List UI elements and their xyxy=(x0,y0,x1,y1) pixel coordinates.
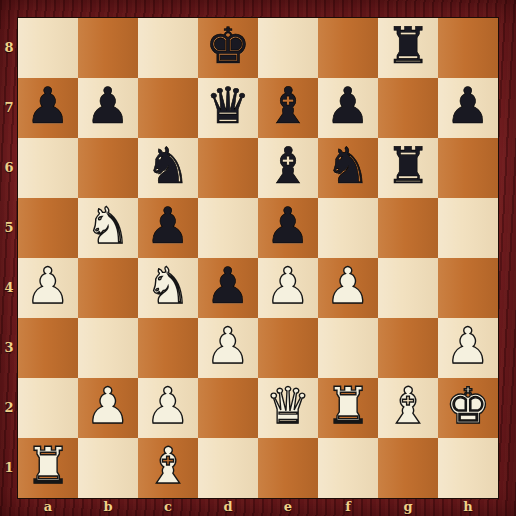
square-h5[interactable] xyxy=(438,198,498,258)
square-b6[interactable] xyxy=(78,138,138,198)
chess-diagram: ♚♜♟♟♛♝♟♟♞♝♞♜♞♟♟♟♞♟♟♟♟♟♟♟♛♜♝♚♜♝ 87654321 … xyxy=(0,0,516,516)
white-bishop-piece[interactable]: ♝ xyxy=(146,436,191,496)
square-f1[interactable] xyxy=(318,438,378,498)
rank-label-3: 3 xyxy=(0,318,18,378)
square-c2[interactable]: ♟ xyxy=(138,378,198,438)
rank-label-5: 5 xyxy=(0,198,18,258)
square-c3[interactable] xyxy=(138,318,198,378)
square-c6[interactable]: ♞ xyxy=(138,138,198,198)
black-rook-piece[interactable]: ♜ xyxy=(386,16,431,76)
square-b3[interactable] xyxy=(78,318,138,378)
square-e1[interactable] xyxy=(258,438,318,498)
rank-label-8: 8 xyxy=(0,18,18,78)
square-f5[interactable] xyxy=(318,198,378,258)
square-c4[interactable]: ♞ xyxy=(138,258,198,318)
white-pawn-piece[interactable]: ♟ xyxy=(326,256,371,316)
square-f6[interactable]: ♞ xyxy=(318,138,378,198)
square-d7[interactable]: ♛ xyxy=(198,78,258,138)
white-pawn-piece[interactable]: ♟ xyxy=(86,376,131,436)
square-a3[interactable] xyxy=(18,318,78,378)
black-bishop-piece[interactable]: ♝ xyxy=(266,136,311,196)
black-pawn-piece[interactable]: ♟ xyxy=(266,196,311,256)
file-label-a: a xyxy=(18,498,78,516)
black-pawn-piece[interactable]: ♟ xyxy=(206,256,251,316)
square-g1[interactable] xyxy=(378,438,438,498)
square-d5[interactable] xyxy=(198,198,258,258)
white-rook-piece[interactable]: ♜ xyxy=(326,376,371,436)
square-d4[interactable]: ♟ xyxy=(198,258,258,318)
square-g5[interactable] xyxy=(378,198,438,258)
square-a7[interactable]: ♟ xyxy=(18,78,78,138)
square-a8[interactable] xyxy=(18,18,78,78)
square-a4[interactable]: ♟ xyxy=(18,258,78,318)
square-d2[interactable] xyxy=(198,378,258,438)
square-f2[interactable]: ♜ xyxy=(318,378,378,438)
rank-label-4: 4 xyxy=(0,258,18,318)
square-h8[interactable] xyxy=(438,18,498,78)
white-pawn-piece[interactable]: ♟ xyxy=(26,256,71,316)
rank-label-1: 1 xyxy=(0,438,18,498)
file-label-g: g xyxy=(378,498,438,516)
square-e5[interactable]: ♟ xyxy=(258,198,318,258)
square-h7[interactable]: ♟ xyxy=(438,78,498,138)
square-e7[interactable]: ♝ xyxy=(258,78,318,138)
white-bishop-piece[interactable]: ♝ xyxy=(386,376,431,436)
square-a1[interactable]: ♜ xyxy=(18,438,78,498)
square-b2[interactable]: ♟ xyxy=(78,378,138,438)
file-label-h: h xyxy=(438,498,498,516)
white-king-piece[interactable]: ♚ xyxy=(446,376,491,436)
square-b8[interactable] xyxy=(78,18,138,78)
square-e4[interactable]: ♟ xyxy=(258,258,318,318)
square-e6[interactable]: ♝ xyxy=(258,138,318,198)
square-b4[interactable] xyxy=(78,258,138,318)
black-pawn-piece[interactable]: ♟ xyxy=(326,76,371,136)
square-c8[interactable] xyxy=(138,18,198,78)
black-pawn-piece[interactable]: ♟ xyxy=(26,76,71,136)
black-rook-piece[interactable]: ♜ xyxy=(386,136,431,196)
square-e3[interactable] xyxy=(258,318,318,378)
white-pawn-piece[interactable]: ♟ xyxy=(206,316,251,376)
square-b5[interactable]: ♞ xyxy=(78,198,138,258)
square-g8[interactable]: ♜ xyxy=(378,18,438,78)
square-h6[interactable] xyxy=(438,138,498,198)
square-g7[interactable] xyxy=(378,78,438,138)
file-label-c: c xyxy=(138,498,198,516)
white-pawn-piece[interactable]: ♟ xyxy=(266,256,311,316)
rank-label-2: 2 xyxy=(0,378,18,438)
black-pawn-piece[interactable]: ♟ xyxy=(86,76,131,136)
square-g4[interactable] xyxy=(378,258,438,318)
rank-label-6: 6 xyxy=(0,138,18,198)
square-f8[interactable] xyxy=(318,18,378,78)
square-h4[interactable] xyxy=(438,258,498,318)
rank-label-7: 7 xyxy=(0,78,18,138)
square-a5[interactable] xyxy=(18,198,78,258)
file-label-b: b xyxy=(78,498,138,516)
square-b1[interactable] xyxy=(78,438,138,498)
square-a6[interactable] xyxy=(18,138,78,198)
square-d1[interactable] xyxy=(198,438,258,498)
file-label-f: f xyxy=(318,498,378,516)
square-d6[interactable] xyxy=(198,138,258,198)
square-f3[interactable] xyxy=(318,318,378,378)
chess-board: ♚♜♟♟♛♝♟♟♞♝♞♜♞♟♟♟♞♟♟♟♟♟♟♟♛♜♝♚♜♝ xyxy=(18,18,498,498)
square-e8[interactable] xyxy=(258,18,318,78)
black-knight-piece[interactable]: ♞ xyxy=(326,136,371,196)
square-e2[interactable]: ♛ xyxy=(258,378,318,438)
square-d8[interactable]: ♚ xyxy=(198,18,258,78)
square-a2[interactable] xyxy=(18,378,78,438)
square-g2[interactable]: ♝ xyxy=(378,378,438,438)
black-king-piece[interactable]: ♚ xyxy=(206,16,251,76)
black-pawn-piece[interactable]: ♟ xyxy=(146,196,191,256)
square-d3[interactable]: ♟ xyxy=(198,318,258,378)
black-knight-piece[interactable]: ♞ xyxy=(146,136,191,196)
white-rook-piece[interactable]: ♜ xyxy=(26,436,71,496)
square-h2[interactable]: ♚ xyxy=(438,378,498,438)
square-c7[interactable] xyxy=(138,78,198,138)
white-pawn-piece[interactable]: ♟ xyxy=(146,376,191,436)
square-c5[interactable]: ♟ xyxy=(138,198,198,258)
black-bishop-piece[interactable]: ♝ xyxy=(266,76,311,136)
square-g6[interactable]: ♜ xyxy=(378,138,438,198)
black-queen-piece[interactable]: ♛ xyxy=(206,76,251,136)
file-label-e: e xyxy=(258,498,318,516)
square-c1[interactable]: ♝ xyxy=(138,438,198,498)
square-f4[interactable]: ♟ xyxy=(318,258,378,318)
white-queen-piece[interactable]: ♛ xyxy=(266,376,311,436)
square-f7[interactable]: ♟ xyxy=(318,78,378,138)
file-label-d: d xyxy=(198,498,258,516)
black-pawn-piece[interactable]: ♟ xyxy=(446,76,491,136)
square-b7[interactable]: ♟ xyxy=(78,78,138,138)
white-knight-piece[interactable]: ♞ xyxy=(86,196,131,256)
square-g3[interactable] xyxy=(378,318,438,378)
white-pawn-piece[interactable]: ♟ xyxy=(446,316,491,376)
square-h1[interactable] xyxy=(438,438,498,498)
square-h3[interactable]: ♟ xyxy=(438,318,498,378)
white-knight-piece[interactable]: ♞ xyxy=(146,256,191,316)
